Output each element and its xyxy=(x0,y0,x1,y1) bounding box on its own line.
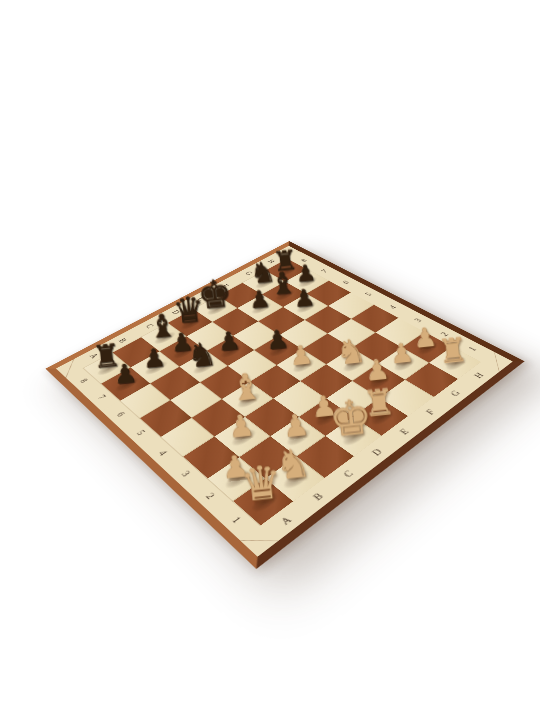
piece-shadow xyxy=(367,407,397,428)
file-label-a-top: A xyxy=(88,352,100,359)
rank-label-1-right: 1 xyxy=(467,346,478,353)
file-label-g-bottom: G xyxy=(448,389,461,398)
rank-label-6-right: 6 xyxy=(341,280,350,285)
file-label-h-top: H xyxy=(266,259,276,264)
rank-label-8-right: 8 xyxy=(300,258,309,263)
piece-shadow xyxy=(340,356,368,374)
file-label-h-bottom: H xyxy=(472,371,485,379)
square-e3 xyxy=(301,364,353,398)
piece-shadow xyxy=(391,355,419,373)
rank-label-7-right: 7 xyxy=(320,269,329,274)
file-label-f-bottom: F xyxy=(424,408,436,416)
rank-label-3-right: 3 xyxy=(413,317,423,323)
piece-shadow xyxy=(443,354,471,372)
file-label-b-bottom: B xyxy=(311,491,325,502)
rank-label-2-left: 2 xyxy=(204,491,217,501)
rank-label-3-left: 3 xyxy=(179,469,192,478)
file-label-c-bottom: C xyxy=(341,469,355,479)
rank-label-1-left: 1 xyxy=(230,515,243,525)
rank-label-7-left: 7 xyxy=(96,394,107,401)
piece-shadow xyxy=(415,339,442,356)
file-label-b-top: B xyxy=(116,337,127,344)
file-label-c-top: C xyxy=(144,323,155,329)
file-label-f-top: F xyxy=(220,283,230,288)
chess-board-photo: ABCDEFGH8♜♝♛♚♞♜87♟♟♟♟♝♟76♞♟♟65♟54♝♟43♟♞3… xyxy=(90,180,446,536)
piece-shadow xyxy=(228,427,259,449)
board-scene: ABCDEFGH8♜♝♛♚♞♜87♟♟♟♟♝♟76♞♟♟65♟54♝♟43♟♞3… xyxy=(90,180,446,536)
piece-shadow xyxy=(218,343,245,360)
rank-label-5-left: 5 xyxy=(135,429,147,437)
white-pawn-h2: ♟ xyxy=(413,324,439,352)
chess-board: ABCDEFGH8♜♝♛♚♞♜87♟♟♟♟♝♟76♞♟♟65♟54♝♟43♟♞3… xyxy=(45,241,524,569)
piece-shadow xyxy=(312,407,342,428)
piece-shadow xyxy=(280,467,313,492)
rank-label-8-left: 8 xyxy=(78,377,89,384)
piece-shadow xyxy=(283,426,314,448)
file-label-g-top: G xyxy=(243,271,253,277)
rank-label-4-left: 4 xyxy=(156,448,168,457)
piece-shadow xyxy=(339,426,370,448)
file-label-d-top: D xyxy=(170,309,181,315)
rank-label-2-right: 2 xyxy=(439,331,450,337)
file-label-e-top: E xyxy=(195,296,205,302)
border-corner xyxy=(481,352,512,372)
piece-shadow xyxy=(190,358,218,376)
piece-shadow xyxy=(170,344,198,361)
piece-shadow xyxy=(112,375,141,393)
file-label-a-bottom: A xyxy=(279,515,294,527)
piece-shadow xyxy=(366,372,395,391)
rank-label-5-right: 5 xyxy=(364,292,374,297)
file-label-d-bottom: D xyxy=(370,447,384,457)
file-label-e-bottom: E xyxy=(398,427,411,436)
rank-label-6-left: 6 xyxy=(115,411,127,419)
rank-label-4-right: 4 xyxy=(388,304,398,310)
piece-shadow xyxy=(294,300,319,315)
